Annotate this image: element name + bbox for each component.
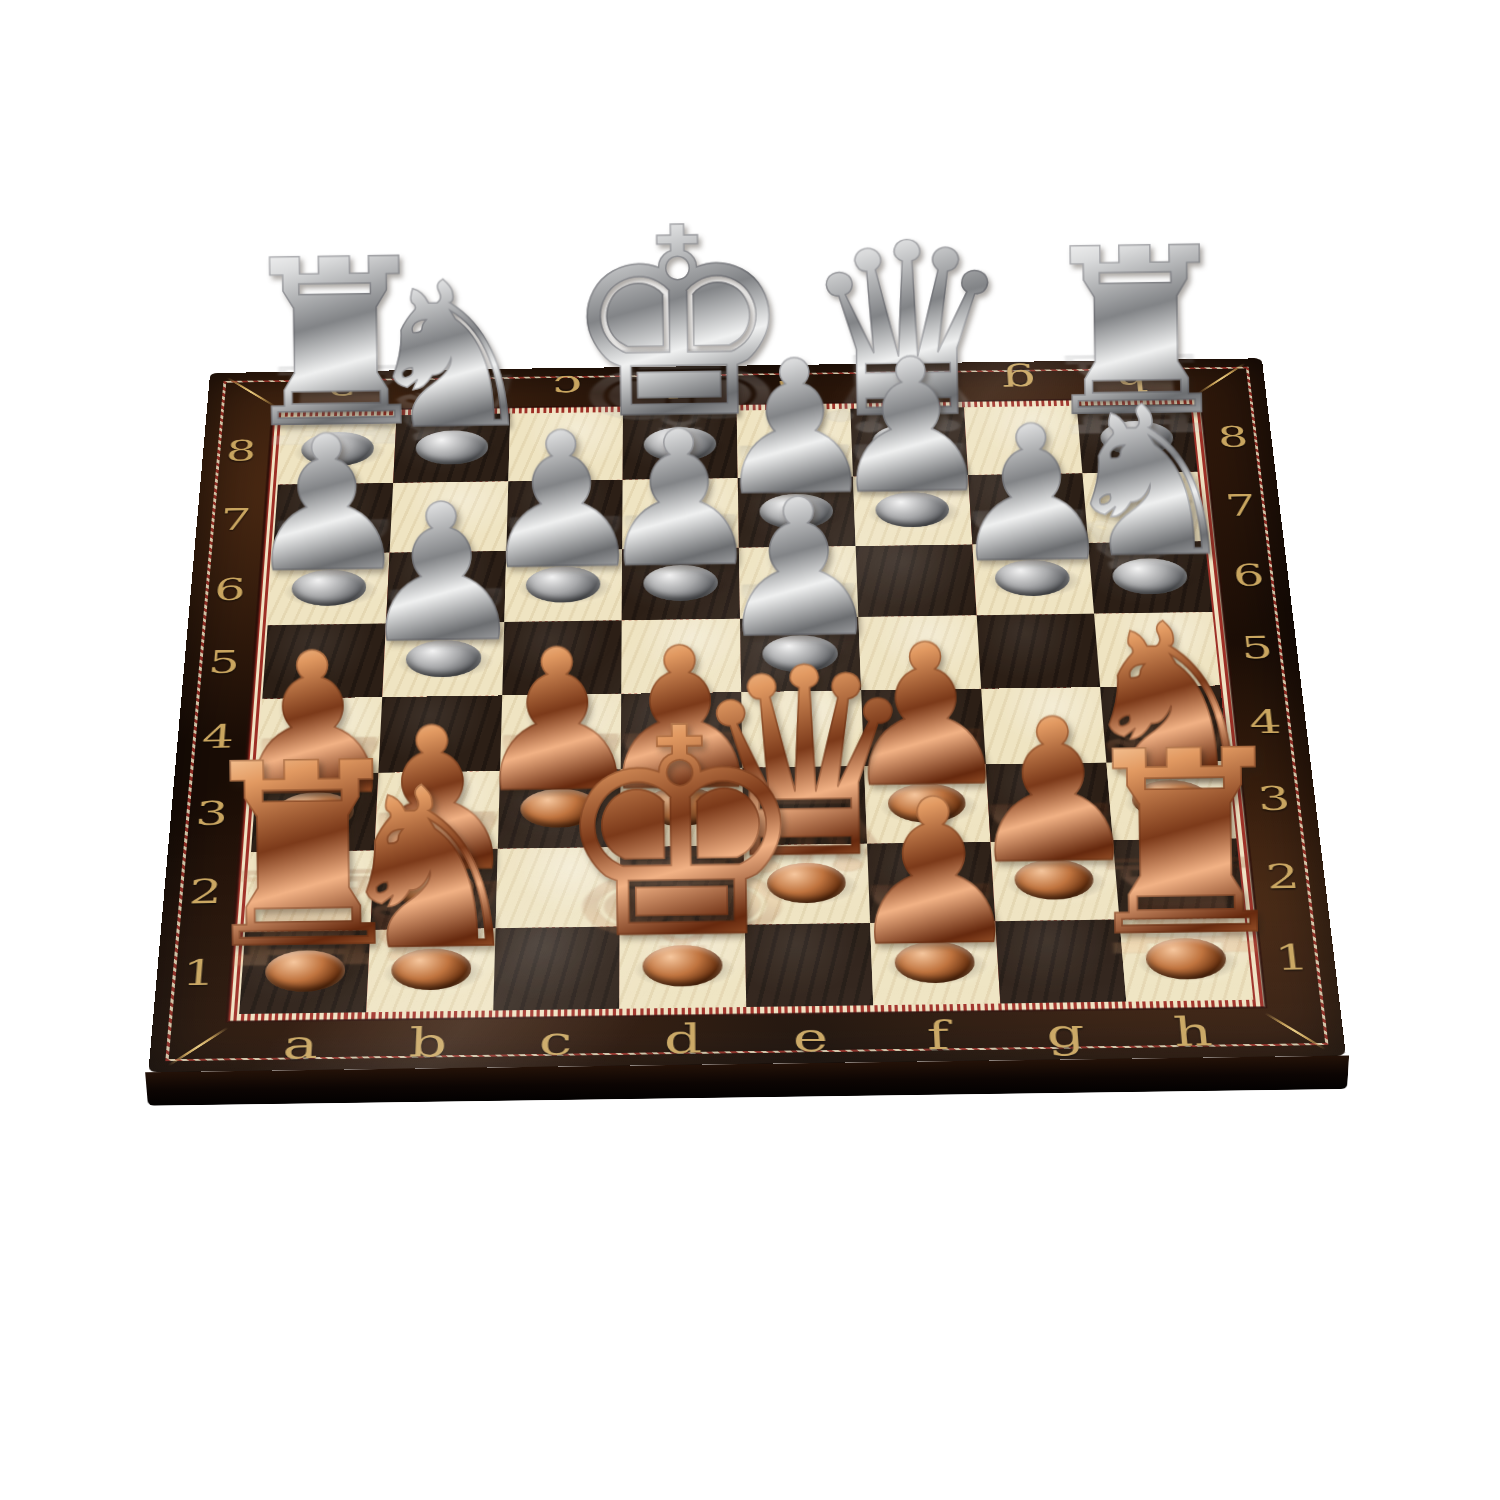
square-f1[interactable]: ♟♟: [870, 921, 1000, 1005]
piece-reflection: ♞: [362, 360, 544, 456]
square-g8[interactable]: [964, 406, 1083, 475]
piece-shadow: [1088, 424, 1190, 458]
perspective-container: abcdefgh abcdefgh 87654321 87654321 ♜♜♞♞…: [173, 124, 1309, 1260]
product-photo-stage: abcdefgh abcdefgh 87654321 87654321 ♜♜♞♞…: [0, 0, 1500, 1500]
copper-pawn-icon: ♟: [842, 773, 1024, 976]
piece-base: [872, 424, 946, 459]
silver-pawn-icon: ♟: [242, 411, 412, 600]
silver-knight-icon: ♞: [1056, 379, 1244, 588]
square-c8[interactable]: [508, 412, 623, 481]
board-grid: ♜♜♞♞♚♚♛♛♜♜♟♟♟♟♟♟♟♟♟♟♟♟♞♞♟♟♟♟♟♟♟♟♟♟♟♟♞♞♟♟…: [239, 404, 1253, 1014]
piece-base: [644, 565, 719, 602]
file-label-far-c: c: [510, 371, 623, 405]
square-e8[interactable]: [737, 409, 853, 478]
piece-base: [759, 493, 833, 529]
square-h1[interactable]: ♜♜: [1120, 918, 1254, 1002]
board-3d-wrapper: abcdefgh abcdefgh 87654321 87654321 ♜♜♞♞…: [0, 0, 1500, 1500]
silver-knight-icon: ♞: [359, 255, 542, 458]
silver-queen-icon: ♛: [799, 210, 1016, 452]
piece-reflection: ♟: [245, 505, 416, 597]
square-a8[interactable]: ♜♜: [278, 415, 396, 484]
file-label-far-e: e: [736, 367, 850, 401]
file-label-far-b: b: [397, 372, 511, 406]
piece-reflection: ♚: [564, 330, 797, 454]
rank-label-left-8: 8: [212, 417, 271, 485]
silver-pawn-icon: ♟: [477, 407, 647, 596]
file-label-far-g: g: [961, 364, 1076, 398]
piece-base: [874, 492, 949, 528]
square-d1[interactable]: ♚♚: [619, 925, 746, 1009]
square-d8[interactable]: ♚♚: [623, 410, 738, 479]
copper-knight-icon: ♞: [328, 758, 529, 982]
piece-shadow: [403, 433, 504, 467]
piece-base: [1099, 420, 1175, 455]
silver-king-icon: ♚: [560, 192, 797, 455]
piece-shadow: [288, 435, 389, 469]
silver-rook-icon: ♜: [231, 228, 440, 460]
piece-reflection: ♟: [945, 496, 1117, 587]
square-h7[interactable]: [1083, 472, 1205, 543]
piece-reflection: ♛: [799, 336, 1016, 450]
piece-reflection: ♜: [1027, 337, 1240, 446]
piece-reflection: ♟: [480, 502, 647, 594]
piece-shadow: [860, 427, 961, 461]
piece-reflection: ♟: [713, 431, 879, 520]
copper-rook-icon: ♜: [1070, 716, 1300, 972]
piece-base: [290, 570, 367, 607]
file-label-far-a: a: [284, 374, 399, 408]
piece-base: [300, 432, 375, 467]
corner-ornament: [1198, 363, 1246, 394]
file-labels-far: abcdefgh: [284, 363, 1190, 408]
board-side-edge: [145, 1055, 1349, 1105]
piece-base: [994, 560, 1071, 597]
square-b7[interactable]: [389, 481, 507, 552]
square-f7[interactable]: ♟♟: [853, 475, 972, 546]
silver-pawn-icon: ♟: [711, 336, 878, 522]
copper-king-icon: ♚: [550, 689, 811, 979]
piece-base: [644, 427, 717, 462]
square-c7[interactable]: [506, 480, 623, 551]
square-f8[interactable]: ♛♛: [850, 407, 968, 476]
square-d7[interactable]: [622, 478, 739, 549]
square-b1[interactable]: ♞♞: [366, 928, 495, 1012]
piece-reflection: ♞: [1051, 485, 1243, 586]
silver-pawn-icon: ♟: [947, 401, 1117, 590]
piece-shadow: [863, 495, 965, 530]
file-label-far-f: f: [849, 366, 963, 400]
piece-base: [415, 430, 489, 465]
square-a7[interactable]: [273, 483, 393, 554]
file-label-far-d: d: [623, 369, 736, 403]
piece-shadow: [632, 430, 732, 464]
piece-base: [526, 566, 601, 603]
silver-pawn-icon: ♟: [827, 334, 994, 520]
piece-shadow: [632, 568, 734, 604]
chess-board: abcdefgh abcdefgh 87654321 87654321 ♜♜♞♞…: [148, 358, 1346, 1072]
square-e7[interactable]: ♟♟: [738, 476, 856, 547]
square-b8[interactable]: ♞♞: [393, 414, 510, 483]
silver-rook-icon: ♜: [1032, 217, 1241, 449]
rank-label-right-7: 7: [1210, 471, 1272, 541]
square-g7[interactable]: [968, 473, 1089, 544]
silver-pawn-icon: ♟: [595, 406, 765, 595]
piece-shadow: [278, 573, 382, 609]
piece-reflection: ♟: [827, 429, 995, 518]
file-label-far-h: h: [1074, 363, 1190, 397]
piece-shadow: [514, 570, 617, 606]
square-h8[interactable]: ♜♜: [1077, 404, 1198, 473]
piece-reflection: ♟: [597, 500, 764, 592]
rank-label-right-8: 8: [1203, 403, 1264, 471]
piece-shadow: [748, 497, 849, 532]
rank-label-left-7: 7: [206, 485, 266, 555]
corner-ornament: [226, 377, 275, 406]
piece-reflection: ♜: [234, 348, 444, 457]
